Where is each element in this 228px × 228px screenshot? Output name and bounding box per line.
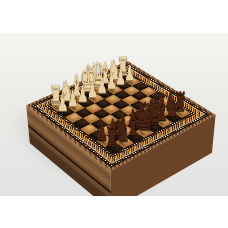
chess-set-photo: ♜♟♟♜♞♟♟♞♝♟♟♝♛♟♟♛♚♟♟♚♝♟♟♝♞♟♟♞♜♟♟♜: [0, 33, 228, 196]
black-rook: ♜: [104, 124, 118, 150]
product-photo-page: ♜♟♟♜♞♟♟♞♝♟♟♝♛♟♟♛♚♟♟♚♝♟♟♝♞♟♟♞♜♟♟♜: [0, 0, 228, 228]
white-pawn: ♟: [56, 94, 69, 114]
